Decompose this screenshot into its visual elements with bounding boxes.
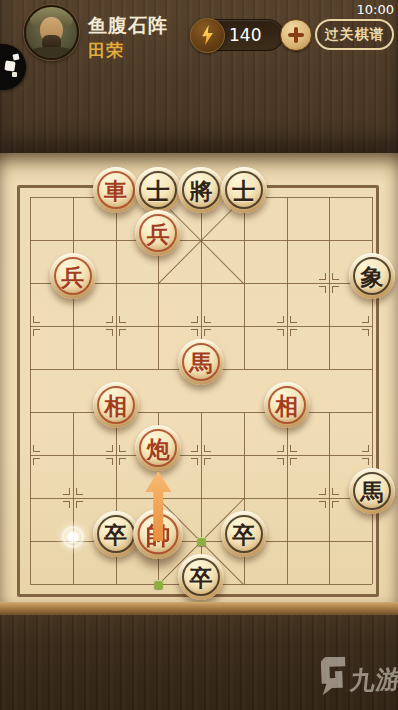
board-grid-line <box>30 197 31 584</box>
board-grid-line <box>329 412 330 584</box>
board-grid-line <box>287 197 288 369</box>
player-name: 田荣 <box>88 39 124 62</box>
widget-icon <box>4 60 15 71</box>
jiuyou-logo-icon <box>315 656 346 695</box>
piece-black-horse[interactable]: 馬 <box>349 468 395 514</box>
player-avatar <box>24 5 79 60</box>
move-hint-dot[interactable] <box>197 537 206 546</box>
piece-black-soldier[interactable]: 卒 <box>93 511 139 557</box>
piece-black-general[interactable]: 將 <box>178 167 224 213</box>
energy-pill[interactable]: 140 <box>192 19 284 51</box>
board-grid-line <box>329 197 330 369</box>
board-grid-line <box>287 412 288 584</box>
game-screen: 鱼腹石阵 田荣 140 过关棋谱 10:00 車士將士兵兵象馬相相炮馬卒帥卒卒 … <box>0 0 398 710</box>
piece-black-advisor[interactable]: 士 <box>135 167 181 213</box>
sparkle-effect <box>55 519 91 555</box>
header-bar: 鱼腹石阵 田荣 140 过关棋谱 10:00 <box>0 0 398 153</box>
board-grid-line <box>116 412 117 584</box>
floating-widget-button[interactable] <box>0 44 26 90</box>
board-grid-line <box>116 197 117 369</box>
board-edge-strip <box>0 602 398 615</box>
board-grid-line <box>73 412 74 584</box>
piece-black-elephant[interactable]: 象 <box>349 253 395 299</box>
piece-black-advisor[interactable]: 士 <box>221 167 267 213</box>
xiangqi-board: 車士將士兵兵象馬相相炮馬卒帥卒卒 <box>0 153 398 602</box>
avatar-robe <box>28 47 75 60</box>
piece-red-soldier[interactable]: 兵 <box>135 210 181 256</box>
energy-value: 140 <box>229 25 261 45</box>
move-hint-dot[interactable] <box>154 580 163 589</box>
piece-red-elephant[interactable]: 相 <box>93 382 139 428</box>
watermark: 九游 <box>311 648 398 703</box>
stage-records-button[interactable]: 过关棋谱 <box>315 19 394 50</box>
piece-red-horse[interactable]: 馬 <box>178 339 224 385</box>
piece-red-chariot[interactable]: 車 <box>93 167 139 213</box>
piece-black-soldier[interactable]: 卒 <box>178 554 224 600</box>
watermark-text: 九游 <box>348 662 398 697</box>
add-energy-button[interactable] <box>280 19 312 51</box>
stage-title: 鱼腹石阵 <box>88 13 168 39</box>
piece-black-soldier[interactable]: 卒 <box>221 511 267 557</box>
timer-text: 10:00 <box>357 2 394 17</box>
piece-red-soldier[interactable]: 兵 <box>50 253 96 299</box>
lightning-bolt-icon <box>190 18 225 53</box>
piece-red-elephant[interactable]: 相 <box>264 382 310 428</box>
piece-red-cannon[interactable]: 炮 <box>135 425 181 471</box>
